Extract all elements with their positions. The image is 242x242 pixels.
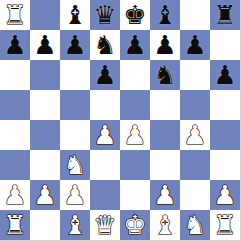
white-bishop[interactable]: ♝ [153, 210, 176, 240]
square-g4[interactable]: ♟ [180, 120, 210, 150]
square-e2[interactable] [120, 180, 150, 210]
black-pawn[interactable]: ♟ [63, 30, 86, 60]
black-pawn[interactable]: ♟ [183, 30, 206, 60]
square-c5[interactable] [60, 90, 90, 120]
square-c3[interactable]: ♞ [60, 150, 90, 180]
white-rook[interactable]: ♜ [3, 210, 26, 240]
white-rook[interactable]: ♜ [213, 210, 236, 240]
white-knight[interactable]: ♞ [63, 150, 86, 180]
white-pawn[interactable]: ♟ [183, 120, 206, 150]
white-bishop[interactable]: ♝ [63, 210, 86, 240]
square-d3[interactable] [90, 150, 120, 180]
square-h3[interactable] [210, 150, 240, 180]
black-knight[interactable]: ♞ [153, 60, 176, 90]
white-pawn[interactable]: ♟ [213, 180, 236, 210]
square-b1[interactable] [30, 210, 60, 240]
black-pawn[interactable]: ♟ [33, 30, 56, 60]
chess-board-window: ♜♝♛♚♝♜♟♟♟♞♟♟♟♟♞♟♟♟♟♞♟♟♟♟♟♜♝♛♚♝♞♜ [0, 0, 242, 242]
square-d2[interactable] [90, 180, 120, 210]
black-king[interactable]: ♚ [123, 0, 146, 30]
square-a6[interactable] [0, 60, 30, 90]
square-g3[interactable] [180, 150, 210, 180]
black-pawn[interactable]: ♟ [93, 60, 116, 90]
square-h8[interactable]: ♜ [210, 0, 240, 30]
square-b4[interactable] [30, 120, 60, 150]
square-b2[interactable]: ♟ [30, 180, 60, 210]
black-bishop[interactable]: ♝ [153, 0, 176, 30]
black-pawn[interactable]: ♟ [213, 60, 236, 90]
chess-board: ♜♝♛♚♝♜♟♟♟♞♟♟♟♟♞♟♟♟♟♞♟♟♟♟♟♜♝♛♚♝♞♜ [0, 0, 242, 242]
square-a4[interactable] [0, 120, 30, 150]
square-b6[interactable] [30, 60, 60, 90]
white-pawn[interactable]: ♟ [33, 180, 56, 210]
black-bishop[interactable]: ♝ [63, 0, 86, 30]
square-g8[interactable] [180, 0, 210, 30]
square-a3[interactable] [0, 150, 30, 180]
square-h1[interactable]: ♜ [210, 210, 240, 240]
square-e8[interactable]: ♚ [120, 0, 150, 30]
square-h5[interactable] [210, 90, 240, 120]
white-pawn[interactable]: ♟ [153, 180, 176, 210]
square-c1[interactable]: ♝ [60, 210, 90, 240]
square-g1[interactable]: ♞ [180, 210, 210, 240]
square-h2[interactable]: ♟ [210, 180, 240, 210]
square-h6[interactable]: ♟ [210, 60, 240, 90]
square-c2[interactable]: ♟ [60, 180, 90, 210]
white-knight[interactable]: ♞ [183, 210, 206, 240]
white-pawn[interactable]: ♟ [63, 180, 86, 210]
square-d8[interactable]: ♛ [90, 0, 120, 30]
square-d1[interactable]: ♛ [90, 210, 120, 240]
square-b5[interactable] [30, 90, 60, 120]
white-queen[interactable]: ♛ [93, 210, 116, 240]
square-e7[interactable]: ♟ [120, 30, 150, 60]
square-d4[interactable]: ♟ [90, 120, 120, 150]
square-d5[interactable] [90, 90, 120, 120]
black-knight[interactable]: ♞ [93, 30, 116, 60]
white-pawn[interactable]: ♟ [3, 180, 26, 210]
square-g2[interactable] [180, 180, 210, 210]
square-c8[interactable]: ♝ [60, 0, 90, 30]
white-rook[interactable]: ♜ [3, 0, 26, 30]
square-d6[interactable]: ♟ [90, 60, 120, 90]
black-pawn[interactable]: ♟ [153, 30, 176, 60]
square-b7[interactable]: ♟ [30, 30, 60, 60]
black-queen[interactable]: ♛ [93, 0, 116, 30]
square-h4[interactable] [210, 120, 240, 150]
square-e1[interactable]: ♚ [120, 210, 150, 240]
square-f2[interactable]: ♟ [150, 180, 180, 210]
square-g6[interactable] [180, 60, 210, 90]
square-f7[interactable]: ♟ [150, 30, 180, 60]
white-king[interactable]: ♚ [123, 210, 146, 240]
black-pawn[interactable]: ♟ [3, 30, 26, 60]
square-a8[interactable]: ♜ [0, 0, 30, 30]
white-pawn[interactable]: ♟ [123, 120, 146, 150]
black-rook[interactable]: ♜ [213, 0, 236, 30]
black-pawn[interactable]: ♟ [123, 30, 146, 60]
square-g7[interactable]: ♟ [180, 30, 210, 60]
square-c4[interactable] [60, 120, 90, 150]
square-a5[interactable] [0, 90, 30, 120]
square-e4[interactable]: ♟ [120, 120, 150, 150]
square-f1[interactable]: ♝ [150, 210, 180, 240]
square-h7[interactable] [210, 30, 240, 60]
square-e5[interactable] [120, 90, 150, 120]
square-b3[interactable] [30, 150, 60, 180]
square-a1[interactable]: ♜ [0, 210, 30, 240]
square-c7[interactable]: ♟ [60, 30, 90, 60]
square-f5[interactable] [150, 90, 180, 120]
square-c6[interactable] [60, 60, 90, 90]
square-e6[interactable] [120, 60, 150, 90]
square-f4[interactable] [150, 120, 180, 150]
white-pawn[interactable]: ♟ [93, 120, 116, 150]
square-f3[interactable] [150, 150, 180, 180]
square-g5[interactable] [180, 90, 210, 120]
square-f6[interactable]: ♞ [150, 60, 180, 90]
square-b8[interactable] [30, 0, 60, 30]
square-e3[interactable] [120, 150, 150, 180]
square-a2[interactable]: ♟ [0, 180, 30, 210]
square-f8[interactable]: ♝ [150, 0, 180, 30]
square-d7[interactable]: ♞ [90, 30, 120, 60]
square-a7[interactable]: ♟ [0, 30, 30, 60]
